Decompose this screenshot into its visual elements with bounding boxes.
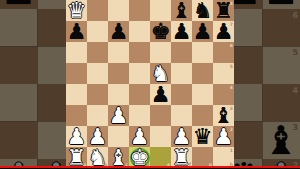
black-pawn-a7: ♟ xyxy=(67,21,87,42)
white-queen-a8: ♛ xyxy=(67,0,87,21)
square-a2[interactable]: ♟ xyxy=(66,126,87,147)
chess-board: ♛♝♞♜8♟♟♚♟♟♟76♞5♟4♟♝3♟♟♟♟♛♟2♜a♞b♝c♚de♜fg1… xyxy=(66,0,234,168)
square-f3[interactable] xyxy=(171,105,192,126)
square-e2[interactable] xyxy=(150,126,171,147)
rank-label-2: 2 xyxy=(230,127,233,132)
white-pawn-b2: ♟ xyxy=(88,126,108,147)
square-e3[interactable] xyxy=(150,105,171,126)
video-progress-bar[interactable] xyxy=(0,166,300,169)
square-d3[interactable] xyxy=(129,105,150,126)
square-c8[interactable] xyxy=(108,0,129,21)
black-pawn-g7: ♟ xyxy=(193,21,213,42)
square-f8[interactable]: ♝ xyxy=(171,0,192,21)
black-bishop-f8: ♝ xyxy=(172,0,192,21)
rank-label-7: 7 xyxy=(230,22,233,27)
video-frame: ♛♝♞♜8♟♟♚♟♟♟76♞5♟4♟♝3♟♟♟♟♛♟2♜a♞b♝c♚de♜fg1… xyxy=(0,0,300,168)
square-c2[interactable] xyxy=(108,126,129,147)
square-a7[interactable]: ♟ xyxy=(66,21,87,42)
square-g5[interactable] xyxy=(192,63,213,84)
square-g6[interactable] xyxy=(192,42,213,63)
black-queen-g2: ♛ xyxy=(193,126,213,147)
square-b5[interactable] xyxy=(87,63,108,84)
square-f5[interactable] xyxy=(171,63,192,84)
black-pawn-c7: ♟ xyxy=(109,21,129,42)
square-d4[interactable] xyxy=(129,84,150,105)
square-a5[interactable] xyxy=(66,63,87,84)
square-c5[interactable] xyxy=(108,63,129,84)
square-e6[interactable] xyxy=(150,42,171,63)
square-b7[interactable] xyxy=(87,21,108,42)
white-pawn-c3: ♟ xyxy=(109,105,129,126)
square-a3[interactable] xyxy=(66,105,87,126)
white-pawn-a2: ♟ xyxy=(67,126,87,147)
white-pawn-f2: ♟ xyxy=(172,126,192,147)
square-h5[interactable]: 5 xyxy=(213,63,234,84)
black-pawn-f7: ♟ xyxy=(172,21,192,42)
square-e5[interactable]: ♞ xyxy=(150,63,171,84)
square-e7[interactable]: ♚ xyxy=(150,21,171,42)
square-d6[interactable] xyxy=(129,42,150,63)
square-c4[interactable] xyxy=(108,84,129,105)
square-h2[interactable]: ♟2 xyxy=(213,126,234,147)
square-h6[interactable]: 6 xyxy=(213,42,234,63)
rank-label-6: 6 xyxy=(230,43,233,48)
square-b4[interactable] xyxy=(87,84,108,105)
black-pawn-e4: ♟ xyxy=(151,84,171,105)
square-c6[interactable] xyxy=(108,42,129,63)
square-a4[interactable] xyxy=(66,84,87,105)
square-a8[interactable]: ♛ xyxy=(66,0,87,21)
square-e4[interactable]: ♟ xyxy=(150,84,171,105)
square-h3[interactable]: ♝3 xyxy=(213,105,234,126)
rank-label-1: 1 xyxy=(230,148,233,153)
square-a6[interactable] xyxy=(66,42,87,63)
square-g7[interactable]: ♟ xyxy=(192,21,213,42)
square-h7[interactable]: ♟7 xyxy=(213,21,234,42)
square-f6[interactable] xyxy=(171,42,192,63)
square-d7[interactable] xyxy=(129,21,150,42)
rank-label-8: 8 xyxy=(230,1,233,6)
square-b8[interactable] xyxy=(87,0,108,21)
black-king-e7: ♚ xyxy=(151,21,171,42)
square-b3[interactable] xyxy=(87,105,108,126)
square-b6[interactable] xyxy=(87,42,108,63)
square-g4[interactable] xyxy=(192,84,213,105)
square-d5[interactable] xyxy=(129,63,150,84)
square-f7[interactable]: ♟ xyxy=(171,21,192,42)
rank-label-4: 4 xyxy=(230,85,233,90)
square-d2[interactable]: ♟ xyxy=(129,126,150,147)
square-d8[interactable] xyxy=(129,0,150,21)
square-g8[interactable]: ♞ xyxy=(192,0,213,21)
square-f2[interactable]: ♟ xyxy=(171,126,192,147)
square-e8[interactable] xyxy=(150,0,171,21)
white-pawn-d2: ♟ xyxy=(130,126,150,147)
square-b2[interactable]: ♟ xyxy=(87,126,108,147)
square-g3[interactable] xyxy=(192,105,213,126)
black-knight-g8: ♞ xyxy=(193,0,213,21)
square-c3[interactable]: ♟ xyxy=(108,105,129,126)
square-c7[interactable]: ♟ xyxy=(108,21,129,42)
square-h8[interactable]: ♜8 xyxy=(213,0,234,21)
square-g2[interactable]: ♛ xyxy=(192,126,213,147)
white-knight-e5: ♞ xyxy=(151,63,171,84)
square-f4[interactable] xyxy=(171,84,192,105)
square-h4[interactable]: 4 xyxy=(213,84,234,105)
rank-label-3: 3 xyxy=(230,106,233,111)
rank-label-5: 5 xyxy=(230,64,233,69)
